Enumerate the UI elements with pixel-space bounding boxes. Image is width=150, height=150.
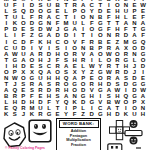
word-bank-title: WORD BANK: — [59, 120, 99, 128]
grid-cell: E — [53, 111, 62, 117]
word-search-grid: MDUTHLINEFTUDHLITUFIDSUBTRACTIONEWLSQDOG… — [2, 0, 147, 118]
grid-cell: H — [139, 111, 148, 117]
grid-cell: D — [113, 111, 122, 117]
grid-cell: K — [122, 111, 131, 117]
square-smiley-icon — [28, 119, 52, 144]
grid-cell: Z — [79, 111, 88, 117]
grid-cell: F — [70, 111, 79, 117]
grid-cell: G — [96, 111, 105, 117]
grid-cell: H — [105, 111, 114, 117]
division-sign-icon — [124, 119, 143, 146]
grid-cell: S — [11, 111, 20, 117]
grid-cell: R — [36, 111, 45, 117]
grid-cell: J — [19, 111, 28, 117]
cropped-equals-icon — [107, 143, 123, 150]
grid-cell: Y — [62, 111, 71, 117]
credit-text: © Family Coloring Pages — [5, 146, 45, 150]
word-bank: WORD BANK: AdditionPentagonMultiplicatio… — [56, 118, 101, 150]
grid-cell: K — [2, 111, 11, 117]
word-bank-item: Fraction — [57, 143, 100, 148]
grid-cell: K — [28, 111, 37, 117]
word-search-worksheet: { "game": "word-search", "theme": "math … — [0, 0, 150, 150]
grid-cell: D — [87, 111, 96, 117]
cropped-minus-dash — [136, 147, 141, 149]
grid-cell: U — [130, 111, 139, 117]
heptagon-smiley-icon — [3, 122, 26, 148]
grid-cell: G — [45, 111, 54, 117]
word-bank-list: AdditionPentagonMultiplicationFraction — [57, 129, 100, 147]
